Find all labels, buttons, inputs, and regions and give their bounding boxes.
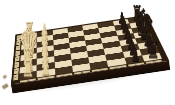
chess-board: ♜♟♟♜♞♟♟♞♝♟♟♝♚♟♟♚♛♟♟♛♝♟♟♝♞♟♟♞♜♟♟♜ 1234567… bbox=[11, 15, 169, 85]
white-pawn: ♟ bbox=[41, 61, 51, 76]
square-a6 bbox=[107, 58, 126, 67]
perspective-scene: ♜♟♟♜♞♟♟♞♝♟♟♝♚♟♟♚♛♟♟♛♝♟♟♝♞♟♟♞♜♟♟♜ 1234567… bbox=[0, 0, 175, 105]
white-rook: ♜ bbox=[22, 59, 35, 78]
square-a1: ♜ bbox=[19, 71, 37, 80]
black-rook: ♜ bbox=[147, 40, 160, 59]
black-pawn: ♟ bbox=[130, 48, 140, 63]
file-label: a bbox=[13, 74, 18, 81]
tilted-scene: ♜♟♟♜♞♟♟♞♝♟♟♝♚♟♟♚♛♟♟♛♝♟♟♝♞♟♟♞♜♟♟♜ 1234567… bbox=[0, 0, 175, 105]
product-photo: ♜♟♟♜♞♟♟♞♝♟♟♝♚♟♟♚♛♟♟♛♝♟♟♝♞♟♟♞♜♟♟♜ 1234567… bbox=[0, 0, 175, 105]
